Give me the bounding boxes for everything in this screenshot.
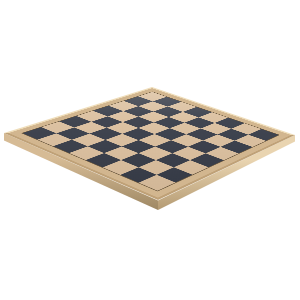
product-photo [0,0,300,300]
